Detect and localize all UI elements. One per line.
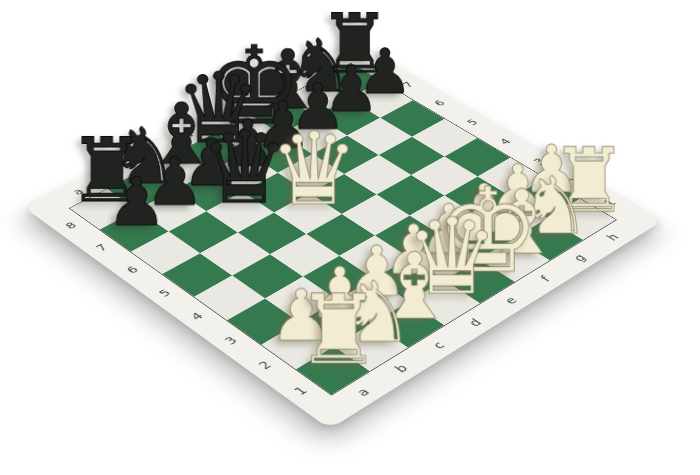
rank-label-4-left: 4 [189, 311, 206, 322]
chess-mat: aabbccddeeffgghh8877665544332211 ♜♞♝♛♚♝♞… [24, 40, 663, 429]
rank-label-7-left: 7 [93, 242, 109, 252]
white-queen-icon: ♛ [269, 119, 359, 219]
file-label-h-bottom: h [604, 232, 621, 242]
rank-label-2-left: 2 [257, 359, 274, 371]
rank-label-3-left: 3 [222, 335, 239, 346]
rank-label-4-right: 4 [497, 137, 513, 146]
rank-label-8-left: 8 [63, 221, 79, 231]
rank-label-1-left: 1 [292, 385, 310, 397]
file-label-e-bottom: e [502, 295, 519, 306]
black-pawn-icon: ♟ [107, 169, 167, 236]
rank-label-6-left: 6 [124, 265, 140, 275]
product-photo-scene: aabbccddeeffgghh8877665544332211 ♜♞♝♛♚♝♞… [0, 0, 700, 475]
file-label-d-bottom: d [466, 317, 483, 328]
file-label-b-bottom: b [392, 363, 410, 375]
rank-label-6-right: 6 [432, 99, 447, 108]
rank-label-5-right: 5 [464, 118, 479, 127]
file-label-a-bottom: a [354, 386, 371, 398]
rank-label-5-left: 5 [156, 287, 173, 298]
pieces-layer: ♜♞♝♛♚♝♞♜♟♟♟♟♟♟♟♟♛♛♟♟♟♟♟♟♟♟♜♞♝♛♚♝♞♜ [69, 63, 617, 396]
white-rook-icon: ♜ [296, 282, 382, 378]
file-label-g-bottom: g [571, 253, 588, 263]
file-label-f-bottom: f [538, 274, 552, 283]
file-label-c-bottom: c [430, 340, 446, 351]
